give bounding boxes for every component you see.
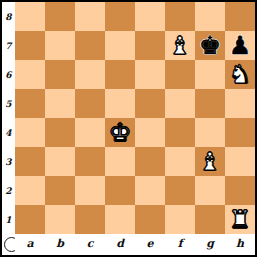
rank-label-7: 7: [2, 31, 15, 60]
square-b8[interactable]: [45, 2, 75, 31]
square-e4[interactable]: [135, 118, 165, 147]
square-c6[interactable]: [75, 60, 105, 89]
square-a6[interactable]: [15, 60, 45, 89]
square-e7[interactable]: [135, 31, 165, 60]
square-f2[interactable]: [165, 176, 195, 205]
square-h7[interactable]: ♟: [225, 31, 255, 60]
square-g8[interactable]: [195, 2, 225, 31]
square-c8[interactable]: [75, 2, 105, 31]
square-c3[interactable]: [75, 147, 105, 176]
square-e6[interactable]: [135, 60, 165, 89]
square-a7[interactable]: [15, 31, 45, 60]
square-h3[interactable]: [225, 147, 255, 176]
square-d3[interactable]: [105, 147, 135, 176]
square-f6[interactable]: [165, 60, 195, 89]
square-e8[interactable]: [135, 2, 165, 31]
file-label-c: c: [75, 234, 105, 255]
square-d4[interactable]: ♚: [105, 118, 135, 147]
white-bishop[interactable]: ♝: [169, 31, 191, 60]
file-label-a: a: [15, 234, 45, 255]
file-label-g: g: [195, 234, 225, 255]
square-a4[interactable]: [15, 118, 45, 147]
file-label-d: d: [105, 234, 135, 255]
square-f5[interactable]: [165, 89, 195, 118]
square-g2[interactable]: [195, 176, 225, 205]
square-b4[interactable]: [45, 118, 75, 147]
square-b3[interactable]: [45, 147, 75, 176]
white-king[interactable]: ♚: [109, 118, 131, 147]
square-c5[interactable]: [75, 89, 105, 118]
square-c7[interactable]: [75, 31, 105, 60]
rank-label-3: 3: [2, 147, 15, 176]
file-label-h: h: [225, 234, 255, 255]
chess-diagram: 87♝♚♟6♞54♚3♝21♜abcdefgh: [0, 0, 257, 257]
square-f8[interactable]: [165, 2, 195, 31]
square-d2[interactable]: [105, 176, 135, 205]
square-h2[interactable]: [225, 176, 255, 205]
square-g1[interactable]: [195, 205, 225, 234]
white-knight[interactable]: ♞: [229, 60, 251, 89]
chess-board: 87♝♚♟6♞54♚3♝21♜abcdefgh: [2, 2, 255, 255]
square-a5[interactable]: [15, 89, 45, 118]
square-e3[interactable]: [135, 147, 165, 176]
square-f4[interactable]: [165, 118, 195, 147]
file-label-f: f: [165, 234, 195, 255]
square-g3[interactable]: ♝: [195, 147, 225, 176]
square-e2[interactable]: [135, 176, 165, 205]
square-d1[interactable]: [105, 205, 135, 234]
white-rook[interactable]: ♜: [229, 205, 251, 234]
square-b7[interactable]: [45, 31, 75, 60]
square-c2[interactable]: [75, 176, 105, 205]
rank-label-4: 4: [2, 118, 15, 147]
square-e1[interactable]: [135, 205, 165, 234]
rank-label-1: 1: [2, 205, 15, 234]
square-h6[interactable]: ♞: [225, 60, 255, 89]
rank-label-6: 6: [2, 60, 15, 89]
square-f7[interactable]: ♝: [165, 31, 195, 60]
square-g4[interactable]: [195, 118, 225, 147]
square-e5[interactable]: [135, 89, 165, 118]
square-c4[interactable]: [75, 118, 105, 147]
square-f1[interactable]: [165, 205, 195, 234]
square-g5[interactable]: [195, 89, 225, 118]
square-d7[interactable]: [105, 31, 135, 60]
rank-label-5: 5: [2, 89, 15, 118]
file-label-b: b: [45, 234, 75, 255]
black-king[interactable]: ♚: [199, 31, 221, 60]
square-h1[interactable]: ♜: [225, 205, 255, 234]
square-a3[interactable]: [15, 147, 45, 176]
white-bishop[interactable]: ♝: [199, 147, 221, 176]
square-f3[interactable]: [165, 147, 195, 176]
board-corner: [2, 234, 15, 255]
square-d5[interactable]: [105, 89, 135, 118]
square-a8[interactable]: [15, 2, 45, 31]
square-a1[interactable]: [15, 205, 45, 234]
rank-label-2: 2: [2, 176, 15, 205]
square-c1[interactable]: [75, 205, 105, 234]
square-d8[interactable]: [105, 2, 135, 31]
square-h8[interactable]: [225, 2, 255, 31]
black-pawn[interactable]: ♟: [229, 31, 251, 60]
square-b2[interactable]: [45, 176, 75, 205]
square-d6[interactable]: [105, 60, 135, 89]
square-h5[interactable]: [225, 89, 255, 118]
square-b1[interactable]: [45, 205, 75, 234]
file-label-e: e: [135, 234, 165, 255]
rank-label-8: 8: [2, 2, 15, 31]
square-b6[interactable]: [45, 60, 75, 89]
square-b5[interactable]: [45, 89, 75, 118]
square-a2[interactable]: [15, 176, 45, 205]
square-g7[interactable]: ♚: [195, 31, 225, 60]
square-h4[interactable]: [225, 118, 255, 147]
square-g6[interactable]: [195, 60, 225, 89]
